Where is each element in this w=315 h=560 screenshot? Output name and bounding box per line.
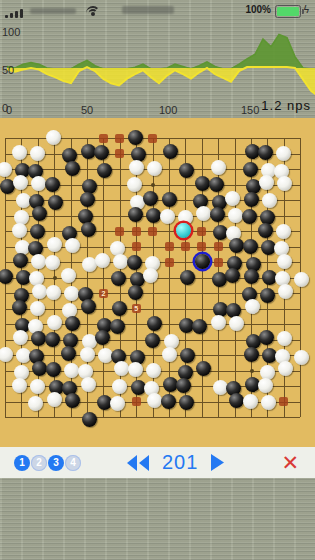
stone-white [276, 146, 291, 161]
ownership-mark [214, 258, 223, 267]
stone-white [277, 176, 292, 191]
stone-white [12, 145, 27, 160]
stone-white [261, 395, 276, 410]
analysis-badge-3[interactable]: 3 [48, 455, 64, 471]
stone-white [45, 255, 60, 270]
stone-black [95, 330, 110, 345]
x-tick-150: 150 [241, 104, 259, 116]
stone-white [95, 253, 110, 268]
ownership-mark [165, 242, 174, 251]
stone-white [13, 330, 28, 345]
stone-black [110, 319, 125, 334]
stone-white [277, 331, 292, 346]
stone-white [276, 224, 291, 239]
stone-black [128, 130, 143, 145]
stone-white [61, 268, 76, 283]
ownership-mark [148, 134, 157, 143]
stone-black [128, 207, 143, 222]
stone-black [163, 144, 178, 159]
stone-black [180, 270, 195, 285]
stone-white [245, 299, 260, 314]
stone-black [80, 192, 95, 207]
stone-white [129, 160, 144, 175]
stone-white [229, 316, 244, 331]
stone-white [294, 272, 309, 287]
stone-black [65, 161, 80, 176]
stone-black [127, 255, 142, 270]
stone-white [160, 209, 175, 224]
stone-black [180, 348, 195, 363]
stone-white [147, 393, 162, 408]
ownership-mark [132, 242, 141, 251]
play-forward-button[interactable] [210, 454, 225, 471]
stone-black [229, 393, 244, 408]
stone-white [243, 394, 258, 409]
ownership-mark [197, 227, 206, 236]
stone-white [278, 284, 293, 299]
stone-black [143, 191, 158, 206]
stone-black [128, 285, 143, 300]
stone-black [244, 347, 259, 362]
stone-white [28, 396, 43, 411]
stone-black [12, 300, 27, 315]
ownership-mark [148, 227, 157, 236]
stone-white [47, 237, 62, 252]
star-point [250, 369, 254, 373]
stone-black [176, 378, 191, 393]
stone-black [243, 239, 258, 254]
bottom-toolbar: 1234 201 ✕ [0, 447, 315, 478]
stone-black [30, 224, 45, 239]
ownership-mark [115, 134, 124, 143]
ownership-mark [132, 397, 141, 406]
stone-black [259, 330, 274, 345]
stone-black [147, 316, 162, 331]
stone-white [80, 347, 95, 362]
ownership-mark [279, 397, 288, 406]
go-board[interactable]: 25 [0, 118, 315, 447]
stone-black [13, 253, 28, 268]
stone-black [81, 222, 96, 237]
stone-black [210, 207, 225, 222]
x-tick-100: 100 [159, 104, 177, 116]
ownership-mark [132, 227, 141, 236]
stone-black [242, 209, 257, 224]
stone-white [262, 193, 277, 208]
battery-percent-label: 100% [245, 4, 271, 15]
stone-black [65, 393, 80, 408]
stone-white [47, 315, 62, 330]
ownership-mark [115, 149, 124, 158]
stone-black [162, 192, 177, 207]
x-tick-0: 0 [6, 104, 12, 116]
carrier-text-blur [30, 8, 76, 14]
stone-white [146, 363, 161, 378]
stone-white [12, 223, 27, 238]
stone-black [48, 195, 63, 210]
clock-text-blur [122, 6, 174, 14]
stone-black [179, 163, 194, 178]
stone-white [127, 177, 142, 192]
stone-white [128, 362, 143, 377]
stone-white [46, 285, 61, 300]
stone-white [30, 146, 45, 161]
analysis-badge-4[interactable]: 4 [65, 455, 81, 471]
stone-white [47, 392, 62, 407]
stone-white [228, 208, 243, 223]
stone-white [110, 396, 125, 411]
stone-white [211, 160, 226, 175]
cellular-signal-icon [5, 9, 23, 18]
ownership-mark [165, 258, 174, 267]
x-tick-50: 50 [81, 104, 93, 116]
stone-white [12, 378, 27, 393]
stone-white [277, 254, 292, 269]
stone-black [46, 362, 61, 377]
stone-white [30, 301, 45, 316]
stone-black [196, 361, 211, 376]
stone-black [65, 316, 80, 331]
analysis-badge-1[interactable]: 1 [14, 455, 30, 471]
stone-white [258, 378, 273, 393]
stone-white [112, 379, 127, 394]
y-tick-100: 100 [2, 26, 20, 38]
stone-black [112, 301, 127, 316]
star-point [53, 276, 57, 280]
stone-black [45, 332, 60, 347]
stone-white [211, 315, 226, 330]
stone-black [179, 395, 194, 410]
stone-black [243, 162, 258, 177]
stone-black [146, 208, 161, 223]
ownership-mark [197, 242, 206, 251]
engine-nps-label: 1.2 nps [261, 98, 311, 113]
stone-black [61, 346, 76, 361]
stone-black [97, 163, 112, 178]
stone-white [143, 268, 158, 283]
stone-white [0, 162, 12, 177]
stone-white [162, 347, 177, 362]
status-bar: 100% ϟ [0, 0, 315, 20]
analysis-badge-2[interactable]: 2 [31, 455, 47, 471]
stone-black [161, 394, 176, 409]
wifi-icon [86, 6, 100, 16]
stone-white [64, 363, 79, 378]
stone-black [258, 145, 273, 160]
y-tick-50: 50 [2, 64, 14, 76]
stone-black [111, 271, 126, 286]
last-move-stone [195, 254, 210, 269]
ownership-mark: 2 [99, 289, 108, 298]
stone-white [65, 238, 80, 253]
stone-black [32, 206, 47, 221]
stone-white [64, 286, 79, 301]
stone-black [192, 319, 207, 334]
stone-white [0, 347, 13, 362]
stone-black [260, 288, 275, 303]
stone-black [258, 223, 273, 238]
stone-black [244, 192, 259, 207]
stone-white [294, 350, 309, 365]
stone-black [225, 268, 240, 283]
stone-black [244, 269, 259, 284]
rewind-button[interactable] [126, 455, 150, 471]
analysis-badges: 1234 [14, 455, 82, 471]
stone-white [225, 191, 240, 206]
stone-white [147, 161, 162, 176]
ownership-mark: 5 [132, 304, 141, 313]
stone-white [13, 175, 28, 190]
ownership-mark [99, 134, 108, 143]
stone-black [45, 177, 60, 192]
ownership-mark [181, 242, 190, 251]
stone-white [30, 379, 45, 394]
stone-black [209, 177, 224, 192]
stone-white [278, 361, 293, 376]
close-button[interactable]: ✕ [281, 452, 299, 473]
ownership-mark [214, 242, 223, 251]
stone-black [81, 299, 96, 314]
charging-bolt-icon: ϟ [304, 4, 309, 15]
stone-white [81, 377, 96, 392]
suggested-move-stone [176, 223, 191, 238]
battery-icon [275, 5, 301, 18]
stone-black [0, 269, 13, 284]
stone-black [145, 333, 160, 348]
stone-white [46, 130, 61, 145]
stone-white [259, 175, 274, 190]
stone-black [82, 412, 97, 427]
move-number-label: 201 [162, 451, 198, 474]
stone-black [94, 145, 109, 160]
star-point [151, 183, 155, 187]
ownership-mark [115, 227, 124, 236]
stone-black [229, 238, 244, 253]
